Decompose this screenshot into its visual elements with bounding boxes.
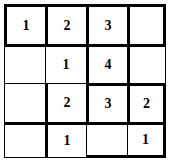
grid-cell-r2c2[interactable]: 1 — [45, 44, 86, 83]
grid-cell-r4c1[interactable] — [4, 122, 45, 158]
grid-cell-r4c4[interactable]: 1 — [127, 122, 166, 158]
grid-cell-r3c1[interactable] — [4, 83, 45, 122]
cell-value: 4 — [105, 58, 112, 72]
puzzle-image: 1231423211 — [0, 0, 171, 163]
cell-value: 2 — [143, 97, 150, 111]
grid-cell-r3c3[interactable]: 3 — [86, 83, 127, 122]
cell-value: 1 — [23, 19, 30, 33]
cell-value: 2 — [64, 96, 71, 110]
grid-cell-r2c4[interactable] — [127, 44, 166, 83]
cell-value: 3 — [105, 97, 112, 111]
cell-value: 2 — [64, 19, 71, 33]
grid-cell-r2c3[interactable]: 4 — [86, 44, 127, 83]
cell-value: 3 — [105, 19, 112, 33]
grid-cell-r1c4[interactable] — [127, 4, 166, 44]
cell-value: 1 — [142, 133, 149, 147]
cell-value: 1 — [64, 134, 71, 148]
grid-cell-r1c3[interactable]: 3 — [86, 4, 127, 44]
grid-cell-r3c4[interactable]: 2 — [127, 83, 166, 122]
grid-cell-r3c2[interactable]: 2 — [45, 83, 86, 122]
puzzle-board: 1231423211 — [4, 4, 166, 158]
grid-cell-r4c3[interactable] — [86, 122, 127, 158]
grid-cell-r4c2[interactable]: 1 — [45, 122, 86, 158]
cell-value: 1 — [63, 58, 70, 72]
grid-cell-r1c1[interactable]: 1 — [4, 4, 45, 44]
grid-cell-r1c2[interactable]: 2 — [45, 4, 86, 44]
grid-cell-r2c1[interactable] — [4, 44, 45, 83]
